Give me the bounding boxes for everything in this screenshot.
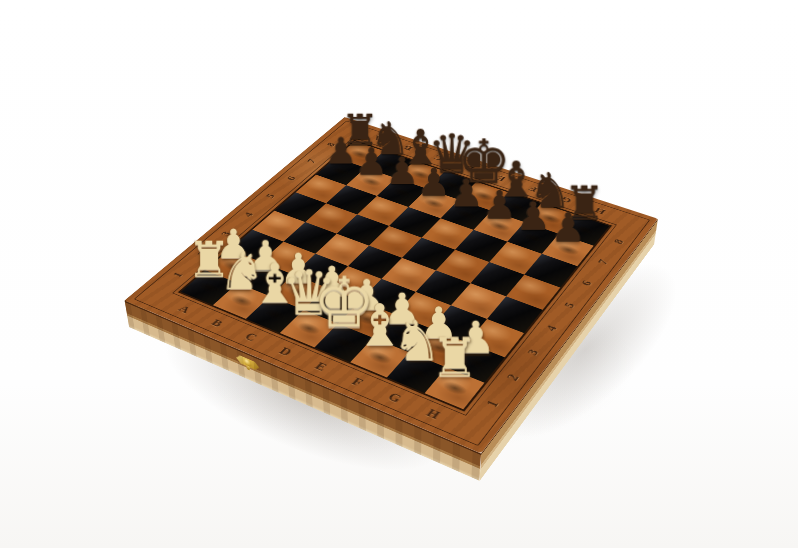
rank-label-right-3: 3 <box>518 342 547 362</box>
rank-label-right-7: 7 <box>590 253 617 270</box>
file-label-near-a: A <box>169 300 199 319</box>
file-label-near-b: B <box>202 314 232 333</box>
black-pawn-glyph: ♟ <box>528 171 607 250</box>
white-rook-glyph: ♜ <box>410 298 500 388</box>
rank-label-left-6: 6 <box>279 171 305 185</box>
file-label-near-g: G <box>379 387 410 409</box>
chess-board: AABBCCDDEEFFGGHH1122334455667788♜♞♝♛♚♝♞♜… <box>125 117 658 454</box>
file-label-near-c: C <box>236 328 266 348</box>
file-label-near-d: D <box>270 342 301 362</box>
rank-label-right-1: 1 <box>478 393 509 415</box>
file-label-near-e: E <box>305 357 336 378</box>
brass-latch-knob <box>244 358 252 367</box>
rank-label-right-4: 4 <box>537 318 566 337</box>
photo-backdrop: AABBCCDDEEFFGGHH1122334455667788♜♞♝♛♚♝♞♜… <box>0 0 798 548</box>
brass-latch-plate <box>236 354 260 372</box>
brass-latch-hook <box>246 365 250 371</box>
rank-label-right-6: 6 <box>573 274 600 292</box>
rank-label-right-5: 5 <box>556 296 584 315</box>
file-label-near-h: H <box>417 403 449 426</box>
rank-label-right-8: 8 <box>606 233 632 249</box>
brass-latch <box>236 352 260 374</box>
file-label-near-f: F <box>342 372 373 393</box>
rank-label-right-2: 2 <box>498 367 528 388</box>
